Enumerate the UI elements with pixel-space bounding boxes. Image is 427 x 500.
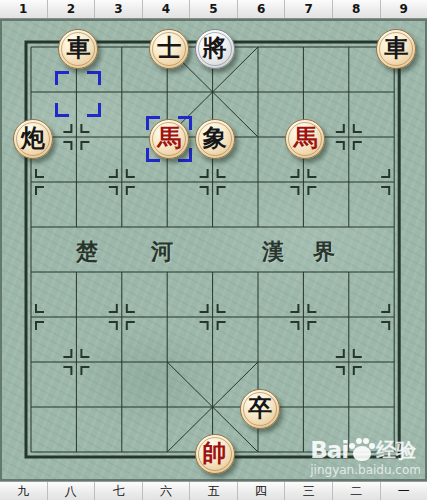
piece-black-elephant[interactable]: 象 bbox=[195, 119, 235, 159]
watermark: Bai 经验 jingyan.baidu.com bbox=[310, 438, 421, 476]
ruler-bottom-label-6: 四 bbox=[238, 482, 286, 500]
top-file-ruler: 123456789 bbox=[0, 0, 427, 19]
piece-red-general[interactable]: 帥 bbox=[195, 434, 235, 474]
bottom-file-ruler: 九八七六五四三二一 bbox=[0, 481, 427, 500]
ruler-top-label-3: 3 bbox=[95, 0, 143, 18]
watermark-url: jingyan.baidu.com bbox=[310, 464, 421, 476]
piece-glyph: 車 bbox=[66, 36, 90, 60]
ruler-bottom-label-5: 五 bbox=[190, 482, 238, 500]
ruler-top-label-9: 9 bbox=[381, 0, 427, 18]
ruler-top-label-5: 5 bbox=[190, 0, 238, 18]
watermark-jingyan-text: 经验 bbox=[376, 440, 416, 460]
ruler-top-label-1: 1 bbox=[0, 0, 48, 18]
ruler-top-label-6: 6 bbox=[238, 0, 286, 18]
piece-glyph: 士 bbox=[157, 36, 181, 60]
baidu-paw-icon bbox=[349, 438, 375, 462]
xiangqi-board[interactable]: 楚河漢界 車士將車炮馬象馬卒帥 Bai 经验 jingyan.baidu.com bbox=[0, 19, 427, 481]
ruler-top-label-2: 2 bbox=[48, 0, 96, 18]
piece-glyph: 馬 bbox=[157, 126, 181, 150]
watermark-bai-text: Bai bbox=[310, 439, 348, 462]
river-char-3: 漢 bbox=[258, 237, 288, 267]
piece-glyph: 將 bbox=[203, 36, 227, 60]
ruler-bottom-label-1: 九 bbox=[0, 482, 48, 500]
watermark-brand: Bai 经验 bbox=[310, 438, 421, 462]
ruler-bottom-label-2: 八 bbox=[48, 482, 96, 500]
ruler-top-label-4: 4 bbox=[143, 0, 191, 18]
river-char-4: 界 bbox=[309, 237, 339, 267]
piece-glyph: 卒 bbox=[248, 396, 272, 420]
piece-glyph: 馬 bbox=[293, 126, 317, 150]
piece-black-soldier[interactable]: 卒 bbox=[240, 389, 280, 429]
piece-glyph: 帥 bbox=[203, 441, 227, 465]
piece-black-chariot-right[interactable]: 車 bbox=[376, 29, 416, 69]
river-char-2: 河 bbox=[147, 237, 177, 267]
ruler-top-label-8: 8 bbox=[333, 0, 381, 18]
piece-black-advisor[interactable]: 士 bbox=[149, 29, 189, 69]
piece-black-general[interactable]: 將 bbox=[195, 29, 235, 69]
ruler-bottom-label-4: 六 bbox=[143, 482, 191, 500]
ruler-bottom-label-9: 一 bbox=[381, 482, 427, 500]
xiangqi-app-screenshot: 123456789 楚河漢界 車士將車炮馬象馬卒帥 Bai 经验 jingyan… bbox=[0, 0, 427, 500]
piece-glyph: 炮 bbox=[21, 126, 45, 150]
river-char-1: 楚 bbox=[72, 237, 102, 267]
ruler-top-label-7: 7 bbox=[285, 0, 333, 18]
piece-glyph: 象 bbox=[203, 126, 227, 150]
last-move-origin-marker bbox=[55, 71, 101, 117]
piece-black-cannon[interactable]: 炮 bbox=[13, 119, 53, 159]
piece-glyph: 車 bbox=[384, 36, 408, 60]
ruler-bottom-label-3: 七 bbox=[95, 482, 143, 500]
piece-red-horse-left[interactable]: 馬 bbox=[149, 119, 189, 159]
ruler-bottom-label-7: 三 bbox=[285, 482, 333, 500]
ruler-bottom-label-8: 二 bbox=[333, 482, 381, 500]
